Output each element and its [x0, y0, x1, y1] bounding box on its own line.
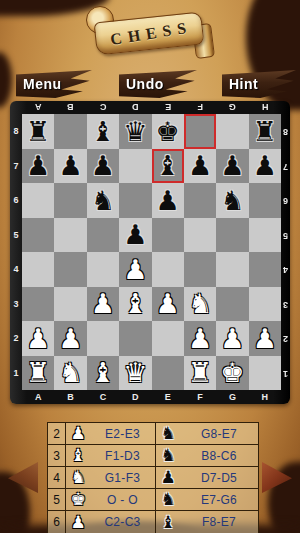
board-files-bottom: ABCDEFGH [22, 390, 281, 404]
coord-label-3: 3 [10, 287, 22, 322]
piece-br-a8: ♜ [26, 118, 50, 145]
white-move-text: O - O [90, 493, 155, 507]
square-d4[interactable]: ♟ [119, 252, 151, 287]
square-a4[interactable] [22, 252, 54, 287]
board-ranks-left: 87654321 [10, 114, 22, 390]
piece-br-h8: ♜ [253, 118, 277, 145]
square-f3[interactable]: ♞ [184, 287, 216, 322]
coord-label-b: B [54, 390, 86, 404]
square-h2[interactable]: ♟ [249, 321, 281, 356]
black-move-text: E7-G6 [180, 493, 258, 507]
coord-label-6: 6 [281, 183, 290, 218]
piece-bp-b7: ♟ [58, 152, 82, 179]
piece-bp-d5: ♟ [123, 221, 147, 248]
square-a8[interactable]: ♜ [22, 114, 54, 149]
square-c3[interactable]: ♟ [87, 287, 119, 322]
white-move-cell: ♚O - O [66, 489, 156, 510]
piece-bp-a7: ♟ [26, 152, 50, 179]
square-f6[interactable] [184, 183, 216, 218]
square-g7[interactable]: ♟ [216, 149, 248, 184]
piece-bq-d8: ♛ [123, 118, 147, 145]
piece-icon-wp: ♟ [66, 514, 90, 531]
square-g4[interactable] [216, 252, 248, 287]
square-b1[interactable]: ♞ [54, 356, 86, 391]
piece-wb-c1: ♝ [91, 359, 115, 386]
coord-label-6: 6 [10, 183, 22, 218]
white-move-text: F1-D3 [90, 449, 155, 463]
chess-banner: CHESS [82, 4, 222, 58]
piece-wp-d4: ♟ [123, 256, 147, 283]
move-row-5: 5♚O - O♞E7-G6 [48, 489, 258, 511]
square-c8[interactable]: ♝ [87, 114, 119, 149]
undo-button[interactable]: Undo [119, 70, 197, 98]
move-number: 4 [48, 467, 66, 488]
white-move-text: C2-C3 [90, 515, 155, 529]
coord-label-c: C [87, 390, 119, 404]
coord-label-c: C [87, 101, 119, 114]
piece-wp-b2: ♟ [58, 325, 82, 352]
move-number: 6 [48, 511, 66, 533]
coord-label-f: F [184, 390, 216, 404]
black-move-text: D7-D5 [180, 471, 258, 485]
square-d1[interactable]: ♛ [119, 356, 151, 391]
piece-wp-h2: ♟ [253, 325, 277, 352]
coord-label-a: A [22, 390, 54, 404]
square-b3[interactable] [54, 287, 86, 322]
coord-label-8: 8 [10, 114, 22, 149]
black-move-text: G8-E7 [180, 427, 258, 441]
white-move-text: G1-F3 [90, 471, 155, 485]
coord-label-e: E [152, 101, 184, 114]
piece-wp-e3: ♟ [156, 290, 180, 317]
piece-bn-g6: ♞ [220, 187, 244, 214]
menu-button-label: Menu [16, 76, 62, 92]
square-c4[interactable] [87, 252, 119, 287]
white-move-text: E2-E3 [90, 427, 155, 441]
move-number: 5 [48, 489, 66, 510]
square-a1[interactable]: ♜ [22, 356, 54, 391]
piece-bb-e7: ♝ [156, 152, 180, 179]
square-e3[interactable]: ♟ [152, 287, 184, 322]
move-number: 3 [48, 445, 66, 466]
piece-wb-d3: ♝ [123, 290, 147, 317]
white-move-cell: ♟E2-E3 [66, 423, 156, 444]
piece-bp-e6: ♟ [156, 187, 180, 214]
square-d6[interactable] [119, 183, 151, 218]
move-row-4: 4♞G1-F3♟D7-D5 [48, 467, 258, 489]
square-b6[interactable] [54, 183, 86, 218]
black-move-cell: ♞B8-C6 [156, 445, 258, 466]
square-c5[interactable] [87, 218, 119, 253]
coord-label-1: 1 [10, 356, 22, 391]
coord-label-7: 7 [281, 149, 290, 184]
white-move-cell: ♝F1-D3 [66, 445, 156, 466]
square-g8[interactable] [216, 114, 248, 149]
square-a3[interactable] [22, 287, 54, 322]
piece-wp-g2: ♟ [220, 325, 244, 352]
square-e7[interactable]: ♝ [152, 149, 184, 184]
board-files-top: ABCDEFGH [22, 101, 281, 114]
piece-wn-b1: ♞ [58, 359, 82, 386]
move-row-6: 6♟C2-C3♝F8-E7 [48, 511, 258, 533]
coord-label-e: E [152, 390, 184, 404]
coord-label-3: 3 [281, 287, 290, 322]
square-f2[interactable]: ♟ [184, 321, 216, 356]
black-move-text: B8-C6 [180, 449, 258, 463]
square-g6[interactable]: ♞ [216, 183, 248, 218]
white-move-cell: ♞G1-F3 [66, 467, 156, 488]
square-h6[interactable] [249, 183, 281, 218]
coord-label-8: 8 [281, 114, 290, 149]
piece-icon-bn: ♞ [156, 425, 180, 442]
menu-button[interactable]: Menu [16, 70, 92, 98]
square-a7[interactable]: ♟ [22, 149, 54, 184]
square-f7[interactable]: ♟ [184, 149, 216, 184]
square-h1[interactable] [249, 356, 281, 391]
move-number: 2 [48, 423, 66, 444]
piece-bb-c8: ♝ [91, 118, 115, 145]
square-d7[interactable] [119, 149, 151, 184]
square-b7[interactable]: ♟ [54, 149, 86, 184]
piece-icon-wn: ♞ [66, 469, 90, 486]
app-screen: CHESS Menu Undo Hint ABCDEFGH ABCDEFGH 8… [0, 0, 300, 533]
piece-icon-wk: ♚ [66, 491, 90, 508]
move-table: 2♟E2-E3♞G8-E73♝F1-D3♞B8-C64♞G1-F3♟D7-D55… [47, 422, 259, 533]
square-c7[interactable]: ♟ [87, 149, 119, 184]
piece-wn-f3: ♞ [188, 290, 212, 317]
white-move-cell: ♟C2-C3 [66, 511, 156, 533]
piece-icon-wp: ♟ [66, 425, 90, 442]
square-d2[interactable] [119, 321, 151, 356]
burnt-edge-left [0, 52, 12, 108]
coord-label-1: 1 [281, 356, 290, 391]
piece-wp-f2: ♟ [188, 325, 212, 352]
square-e1[interactable] [152, 356, 184, 391]
square-e6[interactable]: ♟ [152, 183, 184, 218]
coord-label-h: H [249, 101, 281, 114]
app-title: CHESS [104, 18, 193, 49]
coord-label-a: A [22, 101, 54, 114]
square-g1[interactable]: ♚ [216, 356, 248, 391]
black-move-cell: ♝F8-E7 [156, 511, 258, 533]
square-d5[interactable]: ♟ [119, 218, 151, 253]
square-e4[interactable] [152, 252, 184, 287]
coord-label-4: 4 [10, 252, 22, 287]
hint-button-label: Hint [222, 76, 258, 92]
coord-label-g: G [216, 390, 248, 404]
square-a5[interactable] [22, 218, 54, 253]
piece-wr-a1: ♜ [26, 359, 50, 386]
black-move-text: F8-E7 [180, 515, 258, 529]
square-b8[interactable] [54, 114, 86, 149]
coord-label-5: 5 [281, 218, 290, 253]
piece-wp-c3: ♟ [91, 290, 115, 317]
coord-label-f: F [184, 101, 216, 114]
coord-label-2: 2 [281, 321, 290, 356]
chess-board: ABCDEFGH ABCDEFGH 87654321 87654321 ♜♝♛♚… [10, 101, 290, 404]
square-c6[interactable]: ♞ [87, 183, 119, 218]
square-f4[interactable] [184, 252, 216, 287]
square-h8[interactable]: ♜ [249, 114, 281, 149]
black-move-cell: ♞E7-G6 [156, 489, 258, 510]
coord-label-g: G [216, 101, 248, 114]
square-e2[interactable] [152, 321, 184, 356]
square-d8[interactable]: ♛ [119, 114, 151, 149]
square-h3[interactable] [249, 287, 281, 322]
board-ranks-right: 87654321 [281, 114, 290, 390]
square-a6[interactable] [22, 183, 54, 218]
coord-label-7: 7 [10, 149, 22, 184]
board-squares: ♜♝♛♚♜♟♟♟♝♟♟♟♞♟♞♟♟♟♝♟♞♟♟♟♟♟♜♞♝♛♜♚ [22, 114, 281, 390]
square-g2[interactable]: ♟ [216, 321, 248, 356]
square-h5[interactable] [249, 218, 281, 253]
square-b4[interactable] [54, 252, 86, 287]
piece-wq-d1: ♛ [123, 359, 147, 386]
square-c1[interactable]: ♝ [87, 356, 119, 391]
square-b2[interactable]: ♟ [54, 321, 86, 356]
square-a2[interactable]: ♟ [22, 321, 54, 356]
piece-icon-bp: ♟ [156, 469, 180, 486]
piece-bk-e8: ♚ [156, 118, 180, 145]
square-g3[interactable] [216, 287, 248, 322]
square-f5[interactable] [184, 218, 216, 253]
square-h4[interactable] [249, 252, 281, 287]
piece-bp-f7: ♟ [188, 152, 212, 179]
black-move-cell: ♞G8-E7 [156, 423, 258, 444]
piece-bp-h7: ♟ [253, 152, 277, 179]
move-row-2: 2♟E2-E3♞G8-E7 [48, 423, 258, 445]
coord-label-d: D [119, 101, 151, 114]
square-f8[interactable] [184, 114, 216, 149]
square-g5[interactable] [216, 218, 248, 253]
coord-label-b: B [54, 101, 86, 114]
piece-icon-bn: ♞ [156, 447, 180, 464]
piece-wk-g1: ♚ [220, 359, 244, 386]
square-f1[interactable]: ♜ [184, 356, 216, 391]
square-h7[interactable]: ♟ [249, 149, 281, 184]
piece-icon-wb: ♝ [66, 447, 90, 464]
coord-label-5: 5 [10, 218, 22, 253]
piece-bp-c7: ♟ [91, 152, 115, 179]
move-row-3: 3♝F1-D3♞B8-C6 [48, 445, 258, 467]
square-c2[interactable] [87, 321, 119, 356]
piece-bn-c6: ♞ [91, 187, 115, 214]
piece-icon-bb: ♝ [156, 514, 180, 531]
coord-label-d: D [119, 390, 151, 404]
square-d3[interactable]: ♝ [119, 287, 151, 322]
undo-button-label: Undo [119, 76, 164, 92]
coord-label-2: 2 [10, 321, 22, 356]
piece-wp-a2: ♟ [26, 325, 50, 352]
piece-icon-bn: ♞ [156, 491, 180, 508]
piece-wr-f1: ♜ [188, 359, 212, 386]
square-e5[interactable] [152, 218, 184, 253]
coord-label-h: H [249, 390, 281, 404]
square-e8[interactable]: ♚ [152, 114, 184, 149]
black-move-cell: ♟D7-D5 [156, 467, 258, 488]
square-b5[interactable] [54, 218, 86, 253]
piece-bp-g7: ♟ [220, 152, 244, 179]
coord-label-4: 4 [281, 252, 290, 287]
